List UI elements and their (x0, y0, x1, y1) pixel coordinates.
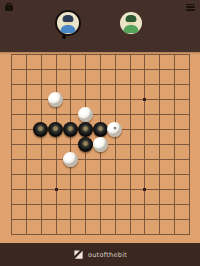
last-move-marker (113, 127, 116, 130)
star-point (55, 188, 58, 191)
stone-white (107, 122, 122, 137)
turn-indicator-dot (62, 35, 66, 39)
stone-black (78, 137, 93, 152)
grid-line-horizontal (11, 54, 189, 55)
board[interactable] (0, 52, 200, 243)
grid-line-horizontal (11, 234, 189, 235)
grid-line-horizontal (11, 189, 189, 190)
grid-line-horizontal (11, 204, 189, 205)
grid-line-horizontal (11, 159, 189, 160)
stone-white (93, 137, 108, 152)
menu-hamburger-icon[interactable] (186, 2, 196, 12)
stone-white (63, 152, 78, 167)
outofthebit-logo-icon (73, 249, 84, 260)
stone-white (78, 107, 93, 122)
top-bar (0, 0, 200, 52)
star-point (143, 188, 146, 191)
grid-line-horizontal (11, 99, 189, 100)
game-screen: outofthebit (0, 0, 200, 266)
stone-black (48, 122, 63, 137)
grid-line-horizontal (11, 84, 189, 85)
stone-black (93, 122, 108, 137)
stone-black (78, 122, 93, 137)
outofthebit-logo-text: outofthebit (88, 251, 127, 259)
player-right-avatar (120, 12, 142, 34)
green-person-icon (120, 12, 142, 34)
star-point (143, 98, 146, 101)
grid-line-horizontal (11, 114, 189, 115)
stone-white (48, 92, 63, 107)
stone-black (33, 122, 48, 137)
blue-person-icon (57, 12, 79, 34)
player-left-avatar (55, 10, 81, 36)
stone-black (63, 122, 78, 137)
footer-bar: outofthebit (0, 243, 200, 266)
grid-line-horizontal (11, 219, 189, 220)
grid-line-horizontal (11, 69, 189, 70)
grid-line-horizontal (11, 174, 189, 175)
shop-briefcase-icon[interactable] (3, 1, 15, 13)
